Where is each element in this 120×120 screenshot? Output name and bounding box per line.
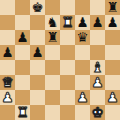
- square-e6[interactable]: [60, 30, 75, 45]
- square-e4[interactable]: [60, 60, 75, 75]
- square-e7[interactable]: ♜: [60, 15, 75, 30]
- square-g6[interactable]: [90, 30, 105, 45]
- square-d5[interactable]: [45, 45, 60, 60]
- square-g4[interactable]: ♝: [90, 60, 105, 75]
- piece-white-pawn[interactable]: ♟: [76, 90, 88, 105]
- square-c8[interactable]: ♚: [30, 0, 45, 15]
- square-a4[interactable]: [0, 60, 15, 75]
- square-f1[interactable]: [75, 105, 90, 120]
- square-c3[interactable]: [30, 75, 45, 90]
- square-a3[interactable]: ♛: [0, 75, 15, 90]
- square-c1[interactable]: [30, 105, 45, 120]
- piece-black-king[interactable]: ♚: [31, 0, 43, 15]
- square-d4[interactable]: [45, 60, 60, 75]
- square-f5[interactable]: [75, 45, 90, 60]
- square-c4[interactable]: [30, 60, 45, 75]
- square-a6[interactable]: [0, 30, 15, 45]
- piece-black-rook[interactable]: ♜: [106, 0, 118, 15]
- piece-white-pawn[interactable]: ♟: [1, 90, 13, 105]
- square-h4[interactable]: [105, 60, 120, 75]
- square-b3[interactable]: [15, 75, 30, 90]
- square-c2[interactable]: [30, 90, 45, 105]
- square-e2[interactable]: [60, 90, 75, 105]
- chess-board: ♚♜♞♜♟♟♟♟♜♛♟♟♝♛♟♟♟♟♜♚: [0, 0, 120, 120]
- piece-white-queen[interactable]: ♛: [1, 75, 13, 90]
- square-f7[interactable]: ♟: [75, 15, 90, 30]
- square-a5[interactable]: ♟: [0, 45, 15, 60]
- piece-white-pawn[interactable]: ♟: [106, 90, 118, 105]
- square-d6[interactable]: ♜: [45, 30, 60, 45]
- piece-black-knight[interactable]: ♞: [46, 15, 58, 30]
- square-d8[interactable]: [45, 0, 60, 15]
- square-g5[interactable]: [90, 45, 105, 60]
- square-h1[interactable]: [105, 105, 120, 120]
- square-b1[interactable]: ♜: [15, 105, 30, 120]
- square-h8[interactable]: ♜: [105, 0, 120, 15]
- square-b5[interactable]: [15, 45, 30, 60]
- square-h6[interactable]: [105, 30, 120, 45]
- square-h2[interactable]: ♟: [105, 90, 120, 105]
- square-g1[interactable]: ♚: [90, 105, 105, 120]
- piece-black-queen[interactable]: ♛: [76, 30, 88, 45]
- piece-white-pawn[interactable]: ♟: [91, 75, 103, 90]
- piece-white-king[interactable]: ♚: [91, 105, 103, 120]
- square-e1[interactable]: [60, 105, 75, 120]
- square-e8[interactable]: [60, 0, 75, 15]
- piece-white-bishop[interactable]: ♝: [91, 60, 103, 75]
- piece-white-rook[interactable]: ♜: [16, 105, 28, 120]
- piece-black-pawn[interactable]: ♟: [91, 15, 103, 30]
- square-a2[interactable]: ♟: [0, 90, 15, 105]
- square-g3[interactable]: ♟: [90, 75, 105, 90]
- square-f3[interactable]: [75, 75, 90, 90]
- square-b4[interactable]: [15, 60, 30, 75]
- square-f8[interactable]: [75, 0, 90, 15]
- square-g8[interactable]: [90, 0, 105, 15]
- square-a8[interactable]: [0, 0, 15, 15]
- square-c7[interactable]: [30, 15, 45, 30]
- piece-white-rook[interactable]: ♜: [61, 15, 73, 30]
- square-d7[interactable]: ♞: [45, 15, 60, 30]
- square-b6[interactable]: ♟: [15, 30, 30, 45]
- square-h7[interactable]: ♟: [105, 15, 120, 30]
- piece-black-pawn[interactable]: ♟: [16, 30, 28, 45]
- piece-black-pawn[interactable]: ♟: [31, 45, 43, 60]
- square-e5[interactable]: [60, 45, 75, 60]
- square-d2[interactable]: [45, 90, 60, 105]
- square-f2[interactable]: ♟: [75, 90, 90, 105]
- square-g7[interactable]: ♟: [90, 15, 105, 30]
- piece-black-pawn[interactable]: ♟: [76, 15, 88, 30]
- square-a7[interactable]: [0, 15, 15, 30]
- square-b2[interactable]: [15, 90, 30, 105]
- square-b7[interactable]: [15, 15, 30, 30]
- square-f4[interactable]: [75, 60, 90, 75]
- square-b8[interactable]: [15, 0, 30, 15]
- square-c6[interactable]: [30, 30, 45, 45]
- square-f6[interactable]: ♛: [75, 30, 90, 45]
- square-d3[interactable]: [45, 75, 60, 90]
- square-a1[interactable]: [0, 105, 15, 120]
- square-c5[interactable]: ♟: [30, 45, 45, 60]
- square-d1[interactable]: [45, 105, 60, 120]
- square-h3[interactable]: [105, 75, 120, 90]
- square-h5[interactable]: [105, 45, 120, 60]
- piece-black-pawn[interactable]: ♟: [1, 45, 13, 60]
- square-e3[interactable]: [60, 75, 75, 90]
- piece-black-pawn[interactable]: ♟: [106, 15, 118, 30]
- piece-black-rook[interactable]: ♜: [46, 30, 58, 45]
- square-g2[interactable]: [90, 90, 105, 105]
